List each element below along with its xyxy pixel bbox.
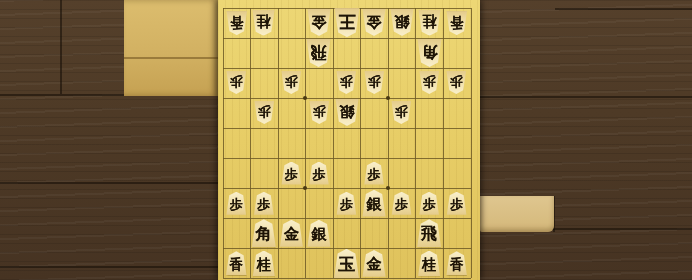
silver-kanji: 銀 xyxy=(367,197,382,212)
king-kanji: 玉 xyxy=(338,256,355,273)
square-33[interactable] xyxy=(388,68,416,98)
square-38[interactable] xyxy=(388,218,416,248)
pawn-kanji: 歩 xyxy=(312,168,325,181)
square-35[interactable] xyxy=(388,128,416,158)
square-18[interactable] xyxy=(443,218,471,248)
knight-kanji: 桂 xyxy=(257,257,271,271)
gold-kanji: 金 xyxy=(367,14,382,29)
square-77[interactable] xyxy=(278,188,306,218)
square-63[interactable] xyxy=(305,68,333,98)
pawn-kanji: 歩 xyxy=(423,198,436,211)
lance-kanji: 香 xyxy=(450,15,464,29)
grid-line xyxy=(223,278,471,279)
square-55[interactable] xyxy=(333,128,361,158)
square-48[interactable] xyxy=(360,218,388,248)
square-32[interactable] xyxy=(388,38,416,68)
photo-scene: 香桂金王金銀桂香飛角歩歩歩歩歩歩歩歩銀歩歩歩歩歩歩歩銀歩歩歩角金銀飛香桂玉金桂香 xyxy=(0,0,692,280)
square-56[interactable] xyxy=(333,158,361,188)
square-24[interactable] xyxy=(415,98,443,128)
gold-kanji: 金 xyxy=(367,257,382,272)
pawn-kanji: 歩 xyxy=(257,198,270,211)
square-42[interactable] xyxy=(360,38,388,68)
lance-kanji: 香 xyxy=(230,15,244,29)
pawn-kanji: 歩 xyxy=(230,198,243,211)
square-86[interactable] xyxy=(250,158,278,188)
plank-seam xyxy=(555,8,692,10)
square-96[interactable] xyxy=(223,158,251,188)
sente-piece-stand xyxy=(480,196,554,232)
square-45[interactable] xyxy=(360,128,388,158)
square-94[interactable] xyxy=(223,98,251,128)
pawn-kanji: 歩 xyxy=(423,75,436,88)
knight-kanji: 桂 xyxy=(422,257,436,271)
square-98[interactable] xyxy=(223,218,251,248)
lance-kanji: 香 xyxy=(230,258,244,272)
square-25[interactable] xyxy=(415,128,443,158)
plank-seam xyxy=(0,182,218,184)
square-72[interactable] xyxy=(278,38,306,68)
lance-kanji: 香 xyxy=(450,258,464,272)
silver-kanji: 銀 xyxy=(394,14,409,29)
square-82[interactable] xyxy=(250,38,278,68)
shogi-board[interactable]: 香桂金王金銀桂香飛角歩歩歩歩歩歩歩歩銀歩歩歩歩歩歩歩銀歩歩歩角金銀飛香桂玉金桂香 xyxy=(218,0,480,280)
pawn-kanji: 歩 xyxy=(450,198,463,211)
square-65[interactable] xyxy=(305,128,333,158)
square-52[interactable] xyxy=(333,38,361,68)
square-79[interactable] xyxy=(278,248,306,278)
square-92[interactable] xyxy=(223,38,251,68)
knight-kanji: 桂 xyxy=(257,15,271,29)
plank-seam xyxy=(0,266,218,268)
gote-piece-stand xyxy=(124,0,218,96)
silver-kanji: 銀 xyxy=(339,104,354,119)
square-75[interactable] xyxy=(278,128,306,158)
pawn-kanji: 歩 xyxy=(312,105,325,118)
pawn-kanji: 歩 xyxy=(368,168,381,181)
square-12[interactable] xyxy=(443,38,471,68)
pawn-kanji: 歩 xyxy=(285,75,298,88)
square-14[interactable] xyxy=(443,98,471,128)
pawn-kanji: 歩 xyxy=(285,168,298,181)
pawn-kanji: 歩 xyxy=(257,105,270,118)
square-95[interactable] xyxy=(223,128,251,158)
square-58[interactable] xyxy=(333,218,361,248)
square-74[interactable] xyxy=(278,98,306,128)
pawn-kanji: 歩 xyxy=(395,198,408,211)
square-83[interactable] xyxy=(250,68,278,98)
plank-seam xyxy=(60,0,62,94)
square-69[interactable] xyxy=(305,248,333,278)
plank-seam xyxy=(480,96,692,98)
stand-edge xyxy=(124,57,218,59)
square-36[interactable] xyxy=(388,158,416,188)
pawn-kanji: 歩 xyxy=(340,75,353,88)
bishop-kanji: 角 xyxy=(256,226,272,242)
king-kanji: 王 xyxy=(338,13,355,30)
knight-kanji: 桂 xyxy=(422,15,436,29)
gold-kanji: 金 xyxy=(311,14,326,29)
gold-kanji: 金 xyxy=(284,227,299,242)
square-71[interactable] xyxy=(278,8,306,38)
square-85[interactable] xyxy=(250,128,278,158)
square-67[interactable] xyxy=(305,188,333,218)
square-26[interactable] xyxy=(415,158,443,188)
square-39[interactable] xyxy=(388,248,416,278)
pawn-kanji: 歩 xyxy=(450,75,463,88)
pawn-kanji: 歩 xyxy=(340,198,353,211)
pawn-kanji: 歩 xyxy=(368,75,381,88)
bishop-kanji: 角 xyxy=(421,44,437,60)
silver-kanji: 銀 xyxy=(311,227,326,242)
pawn-kanji: 歩 xyxy=(230,75,243,88)
grid-line xyxy=(471,8,472,279)
square-16[interactable] xyxy=(443,158,471,188)
pawn-kanji: 歩 xyxy=(395,105,408,118)
rook-kanji: 飛 xyxy=(311,44,327,60)
square-15[interactable] xyxy=(443,128,471,158)
rook-kanji: 飛 xyxy=(421,226,437,242)
square-44[interactable] xyxy=(360,98,388,128)
